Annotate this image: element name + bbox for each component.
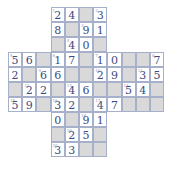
outside-area [107, 7, 121, 22]
grid-cell-r2c4[interactable]: 8 [51, 22, 65, 37]
blocked-cell [65, 22, 79, 37]
outside-area [22, 142, 36, 157]
grid-cell-r4c7[interactable]: 71 [93, 52, 107, 67]
outside-area [22, 127, 36, 142]
grid-cell-r3c5[interactable]: 44 [65, 37, 79, 52]
outside-area [22, 7, 36, 22]
blocked-cell [93, 127, 107, 142]
outside-area [122, 37, 136, 52]
cell-digit: 1 [54, 55, 61, 66]
grid-cell-r7c5[interactable]: 2 [65, 97, 79, 112]
grid-cell-r4c2[interactable]: 6 [22, 52, 36, 67]
grid-cell-r4c5[interactable]: 7 [65, 52, 79, 67]
blocked-cell [79, 67, 93, 82]
blocked-cell [93, 37, 107, 52]
grid-cell-r6c6[interactable]: 6 [79, 82, 93, 97]
grid-cell-r7c1[interactable]: 155 [8, 97, 22, 112]
outside-area [107, 22, 121, 37]
cell-digit: 7 [153, 55, 160, 66]
grid-cell-r5c10[interactable]: 113 [136, 67, 150, 82]
blocked-cell [51, 37, 65, 52]
grid-cell-r7c2[interactable]: 9 [22, 97, 36, 112]
grid-cell-r9c6[interactable]: 5 [79, 127, 93, 142]
cell-digit: 3 [97, 10, 104, 21]
blocked-cell [79, 97, 93, 112]
blocked-cell [8, 82, 22, 97]
outside-area [8, 112, 22, 127]
cell-digit: 4 [68, 40, 75, 51]
cell-digit: 1 [97, 55, 104, 66]
blocked-cell [79, 52, 93, 67]
outside-area [36, 22, 50, 37]
cell-digit: 1 [97, 115, 104, 126]
blocked-cell [36, 97, 50, 112]
blocked-cell [136, 52, 150, 67]
grid-cell-r6c5[interactable]: 134 [65, 82, 79, 97]
outside-area [107, 127, 121, 142]
outside-area [136, 22, 150, 37]
cell-digit: 3 [68, 145, 75, 156]
outside-area [36, 7, 50, 22]
outside-area [122, 127, 136, 142]
grid-cell-r6c10[interactable]: 4 [136, 82, 150, 97]
outside-area [150, 142, 164, 157]
cell-digit: 5 [12, 55, 19, 66]
outside-area [36, 127, 50, 142]
cell-digit: 9 [26, 100, 33, 111]
grid-cell-r7c4[interactable]: 163 [51, 97, 65, 112]
grid-cell-r5c4[interactable]: 6 [51, 67, 65, 82]
grid-cell-r9c5[interactable]: 192 [65, 127, 79, 142]
outside-area [36, 142, 50, 157]
blocked-cell [93, 82, 107, 97]
blocked-cell [22, 67, 36, 82]
cell-digit: 2 [54, 10, 61, 21]
outside-area [150, 127, 164, 142]
grid-cell-r8c6[interactable]: 189 [79, 112, 93, 127]
blocked-cell [150, 82, 164, 97]
cell-digit: 2 [68, 130, 75, 141]
cell-digit: 7 [68, 55, 75, 66]
grid-cell-r2c6[interactable]: 39 [79, 22, 93, 37]
grid-cell-r10c5[interactable]: 3 [65, 142, 79, 157]
grid-cell-r5c7[interactable]: 102 [93, 67, 107, 82]
outside-area [136, 127, 150, 142]
outside-area [22, 37, 36, 52]
cell-digit: 2 [97, 70, 104, 81]
grid-cell-r1c5[interactable]: 4 [65, 7, 79, 22]
cell-digit: 5 [125, 85, 132, 96]
cell-digit: 6 [40, 70, 47, 81]
grid-cell-r4c8[interactable]: 0 [107, 52, 121, 67]
grid-cell-r1c7[interactable]: 23 [93, 7, 107, 22]
blocked-cell [150, 97, 164, 112]
grid-cell-r4c4[interactable]: 61 [51, 52, 65, 67]
grid-cell-r7c7[interactable]: 174 [93, 97, 107, 112]
outside-area [8, 142, 22, 157]
grid-cell-r5c11[interactable]: 5 [150, 67, 164, 82]
cell-digit: 0 [111, 55, 118, 66]
cell-digit: 2 [40, 85, 47, 96]
outside-area [150, 7, 164, 22]
cell-digit: 3 [54, 100, 61, 111]
outside-area [107, 37, 121, 52]
cell-digit: 2 [26, 85, 33, 96]
cell-digit: 0 [54, 115, 61, 126]
outside-area [150, 22, 164, 37]
blocked-cell [122, 67, 136, 82]
blocked-cell [107, 82, 121, 97]
cell-digit: 4 [68, 85, 75, 96]
blocked-cell [65, 67, 79, 82]
cell-digit: 9 [83, 25, 90, 36]
cell-digit: 9 [111, 70, 118, 81]
outside-area [136, 7, 150, 22]
cell-digit: 4 [68, 10, 75, 21]
grid-cell-r10c4[interactable]: 203 [51, 142, 65, 157]
grid-cell-r8c7[interactable]: 1 [93, 112, 107, 127]
outside-area [8, 127, 22, 142]
cell-digit: 0 [83, 40, 90, 51]
blocked-cell [79, 142, 93, 157]
outside-area [8, 37, 22, 52]
cell-digit: 5 [12, 100, 19, 111]
outside-area [150, 37, 164, 52]
grid-cell-r5c1[interactable]: 2 [8, 67, 22, 82]
outside-area [22, 112, 36, 127]
cell-digit: 3 [54, 145, 61, 156]
outside-area [122, 7, 136, 22]
outside-area [8, 22, 22, 37]
blocked-cell [36, 52, 50, 67]
grid-cell-r6c3[interactable]: 2 [36, 82, 50, 97]
outside-area [136, 112, 150, 127]
grid-cell-r8c4[interactable]: 0 [51, 112, 65, 127]
cell-digit: 5 [153, 70, 160, 81]
cell-digit: 2 [68, 100, 75, 111]
outside-area [107, 142, 121, 157]
outside-area [8, 7, 22, 22]
cell-digit: 7 [111, 100, 118, 111]
cell-digit: 5 [83, 130, 90, 141]
blocked-cell [79, 7, 93, 22]
blocked-cell [51, 82, 65, 97]
cell-digit: 9 [83, 115, 90, 126]
grid-cell-r5c3[interactable]: 96 [36, 67, 50, 82]
cell-digit: 4 [139, 85, 146, 96]
blocked-cell [122, 97, 136, 112]
outside-area [122, 142, 136, 157]
outside-area [136, 37, 150, 52]
grid-cell-r4c11[interactable]: 87 [150, 52, 164, 67]
grid-cell-r5c8[interactable]: 9 [107, 67, 121, 82]
grid-cell-r1c4[interactable]: 12 [51, 7, 65, 22]
cell-digit: 6 [26, 55, 33, 66]
grid-cell-r4c1[interactable]: 55 [8, 52, 22, 67]
outside-area [150, 112, 164, 127]
grid-cell-r6c2[interactable]: 122 [22, 82, 36, 97]
outside-area [36, 112, 50, 127]
blocked-cell [51, 127, 65, 142]
cell-digit: 3 [139, 70, 146, 81]
outside-area [122, 112, 136, 127]
grid-cell-r2c7[interactable]: 1 [93, 22, 107, 37]
cell-digit: 1 [97, 25, 104, 36]
outside-area [122, 22, 136, 37]
outside-area [136, 142, 150, 157]
grid-cell-r3c6[interactable]: 0 [79, 37, 93, 52]
cell-digit: 6 [83, 85, 90, 96]
blocked-cell [136, 97, 150, 112]
blocked-cell [122, 52, 136, 67]
grid-cell-r7c8[interactable]: 7 [107, 97, 121, 112]
cell-digit: 2 [12, 70, 19, 81]
puzzle-board: 1242383914405566177108729661029113512221… [8, 7, 164, 157]
cell-digit: 4 [97, 100, 104, 111]
outside-area [107, 112, 121, 127]
outside-area [36, 37, 50, 52]
blocked-cell [65, 112, 79, 127]
grid-cell-r6c9[interactable]: 145 [122, 82, 136, 97]
cell-digit: 8 [54, 25, 61, 36]
cell-digit: 6 [54, 70, 61, 81]
outside-area [22, 22, 36, 37]
blocked-cell [93, 142, 107, 157]
